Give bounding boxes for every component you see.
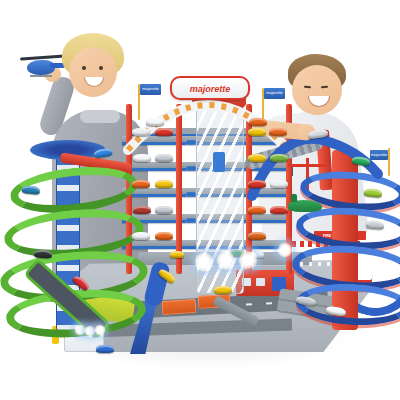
- elevator-car: [213, 152, 225, 172]
- brand-banner: majorette: [170, 76, 250, 100]
- car-silver: [155, 206, 173, 214]
- cargo-container: [162, 299, 197, 315]
- brand-flag: majorette: [264, 88, 285, 99]
- led-light: [194, 252, 214, 272]
- boy-left-face: [69, 47, 117, 97]
- airplane-fin: [291, 194, 297, 202]
- car-white: [270, 180, 288, 188]
- flag-pole: [388, 148, 390, 176]
- boy-left-eye: [99, 66, 103, 70]
- car-silver: [366, 220, 385, 230]
- car-orange: [155, 232, 173, 240]
- car-orange: [269, 128, 287, 136]
- car-white: [132, 128, 150, 136]
- boy-left-collar: [80, 110, 120, 123]
- floor-sign: [186, 192, 196, 197]
- car-red: [270, 206, 288, 214]
- car-orange: [132, 180, 150, 188]
- car-black: [34, 249, 53, 258]
- garage-pillar: [176, 104, 182, 274]
- toy-airplane: [288, 200, 322, 212]
- boy-right-face: [292, 65, 342, 115]
- car-green: [270, 154, 288, 162]
- led-light: [277, 242, 293, 258]
- car-silver: [155, 154, 173, 162]
- floor-sign: [186, 166, 196, 171]
- car-white: [132, 232, 150, 240]
- car-yellow: [170, 251, 184, 258]
- car-darkred: [133, 206, 151, 214]
- car-orange: [248, 232, 266, 240]
- crane-cable: [292, 167, 293, 176]
- car-red: [155, 128, 173, 136]
- station-window: [256, 278, 265, 286]
- led-light: [238, 250, 258, 270]
- floor-sign: [186, 140, 196, 145]
- boy-left-eye: [82, 66, 86, 70]
- car-blue: [96, 345, 114, 353]
- brand-flag: majorette: [140, 84, 161, 95]
- led-light: [216, 250, 236, 270]
- helicopter-skids: [30, 75, 52, 77]
- flag-label: majorette: [266, 90, 283, 95]
- flag-label: majorette: [371, 152, 388, 157]
- car-yellow: [214, 286, 232, 294]
- car-white: [133, 154, 151, 162]
- car-orange: [248, 206, 266, 214]
- crane-jib: [288, 164, 328, 167]
- floor-sign: [186, 218, 196, 223]
- flag-label: majorette: [142, 86, 159, 91]
- car-yellow: [248, 154, 266, 162]
- car-orange-roof: [249, 118, 267, 126]
- product-photo: FIRE DEPARTMENT majorette majorette majo: [0, 0, 400, 400]
- car-yellow: [155, 180, 173, 188]
- brand-flag: majorette: [370, 150, 388, 160]
- led-light: [94, 324, 106, 336]
- brand-banner-label: majorette: [190, 84, 231, 94]
- car-white-roof: [146, 118, 164, 126]
- car-red: [248, 180, 266, 188]
- car-yellow: [248, 128, 266, 136]
